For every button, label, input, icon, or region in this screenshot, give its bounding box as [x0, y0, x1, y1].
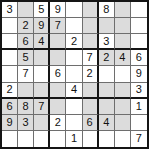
sudoku-cell-r8c6[interactable]: 6 [83, 115, 99, 131]
sudoku-cell-r4c2[interactable]: 5 [18, 50, 34, 66]
sudoku-cell-r2c2[interactable]: 2 [18, 18, 34, 34]
sudoku-cell-r1c4[interactable]: 9 [50, 2, 66, 18]
sudoku-cell-r6c2[interactable] [18, 83, 34, 99]
sudoku-cell-r3c5[interactable]: 2 [66, 34, 82, 50]
sudoku-cell-r5c2[interactable]: 7 [18, 66, 34, 82]
sudoku-cell-r2c1[interactable] [2, 18, 18, 34]
sudoku-cell-r8c7[interactable]: 4 [99, 115, 115, 131]
sudoku-cell-r6c7[interactable] [99, 83, 115, 99]
sudoku-cell-r8c5[interactable] [66, 115, 82, 131]
sudoku-cell-r3c8[interactable] [115, 34, 131, 50]
sudoku-cell-r7c5[interactable] [66, 99, 82, 115]
sudoku-cell-r8c1[interactable]: 9 [2, 115, 18, 131]
sudoku-cell-r5c7[interactable] [99, 66, 115, 82]
sudoku-cell-r3c2[interactable]: 6 [18, 34, 34, 50]
sudoku-cell-r9c7[interactable] [99, 131, 115, 147]
sudoku-cell-r4c5[interactable] [66, 50, 82, 66]
sudoku-cell-r4c4[interactable] [50, 50, 66, 66]
sudoku-cell-r4c3[interactable] [34, 50, 50, 66]
sudoku-cell-r7c9[interactable]: 1 [131, 99, 147, 115]
sudoku-cell-r2c6[interactable] [83, 18, 99, 34]
sudoku-cell-r5c8[interactable] [115, 66, 131, 82]
sudoku-cell-r8c8[interactable] [115, 115, 131, 131]
sudoku-cell-r5c6[interactable]: 2 [83, 66, 99, 82]
sudoku-cell-r9c8[interactable] [115, 131, 131, 147]
sudoku-cell-r9c1[interactable] [2, 131, 18, 147]
sudoku-cell-r9c6[interactable] [83, 131, 99, 147]
sudoku-cell-r1c1[interactable]: 3 [2, 2, 18, 18]
sudoku-cell-r1c9[interactable] [131, 2, 147, 18]
sudoku-cell-r4c9[interactable]: 6 [131, 50, 147, 66]
sudoku-cell-r1c6[interactable] [83, 2, 99, 18]
sudoku-cell-r9c9[interactable]: 7 [131, 131, 147, 147]
sudoku-cell-r3c3[interactable]: 4 [34, 34, 50, 50]
sudoku-cell-r3c6[interactable] [83, 34, 99, 50]
sudoku-cell-r8c4[interactable]: 2 [50, 115, 66, 131]
sudoku-cell-r4c6[interactable]: 7 [83, 50, 99, 66]
sudoku-cell-r6c3[interactable] [34, 83, 50, 99]
sudoku-cell-r9c5[interactable]: 1 [66, 131, 82, 147]
sudoku-cell-r2c5[interactable] [66, 18, 82, 34]
sudoku-cell-r2c8[interactable] [115, 18, 131, 34]
sudoku-cell-r6c5[interactable]: 4 [66, 83, 82, 99]
sudoku-board: 3598297642357246762924368719326417 [0, 0, 149, 149]
sudoku-cell-r6c1[interactable]: 2 [2, 83, 18, 99]
sudoku-cell-r3c1[interactable] [2, 34, 18, 50]
sudoku-cell-r7c4[interactable] [50, 99, 66, 115]
sudoku-cell-r7c3[interactable]: 7 [34, 99, 50, 115]
sudoku-cell-r2c9[interactable] [131, 18, 147, 34]
sudoku-cell-r1c7[interactable]: 8 [99, 2, 115, 18]
sudoku-cell-r6c6[interactable] [83, 83, 99, 99]
sudoku-cell-r6c4[interactable] [50, 83, 66, 99]
sudoku-cell-r5c9[interactable]: 9 [131, 66, 147, 82]
sudoku-cell-r4c1[interactable] [2, 50, 18, 66]
sudoku-cell-r9c2[interactable] [18, 131, 34, 147]
sudoku-cell-r3c9[interactable] [131, 34, 147, 50]
sudoku-cell-r2c7[interactable] [99, 18, 115, 34]
sudoku-cell-r5c3[interactable] [34, 66, 50, 82]
sudoku-cell-r1c8[interactable] [115, 2, 131, 18]
sudoku-cell-r8c9[interactable] [131, 115, 147, 131]
sudoku-cell-r4c8[interactable]: 4 [115, 50, 131, 66]
sudoku-cell-r7c8[interactable] [115, 99, 131, 115]
sudoku-cell-r7c7[interactable] [99, 99, 115, 115]
sudoku-cell-r5c5[interactable] [66, 66, 82, 82]
sudoku-cell-r7c1[interactable]: 6 [2, 99, 18, 115]
sudoku-cell-r6c9[interactable]: 3 [131, 83, 147, 99]
sudoku-cell-r6c8[interactable] [115, 83, 131, 99]
sudoku-cell-r1c5[interactable] [66, 2, 82, 18]
sudoku-cell-r7c6[interactable] [83, 99, 99, 115]
sudoku-cell-r9c4[interactable] [50, 131, 66, 147]
sudoku-cell-r7c2[interactable]: 8 [18, 99, 34, 115]
sudoku-cell-r1c2[interactable] [18, 2, 34, 18]
sudoku-cell-r2c4[interactable]: 7 [50, 18, 66, 34]
sudoku-cell-r2c3[interactable]: 9 [34, 18, 50, 34]
sudoku-cell-r1c3[interactable]: 5 [34, 2, 50, 18]
sudoku-cell-r4c7[interactable]: 2 [99, 50, 115, 66]
sudoku-cell-r5c4[interactable]: 6 [50, 66, 66, 82]
sudoku-cell-r8c2[interactable]: 3 [18, 115, 34, 131]
sudoku-cell-r8c3[interactable] [34, 115, 50, 131]
sudoku-cell-r3c7[interactable]: 3 [99, 34, 115, 50]
sudoku-cell-r3c4[interactable] [50, 34, 66, 50]
sudoku-cell-r5c1[interactable] [2, 66, 18, 82]
sudoku-cell-r9c3[interactable] [34, 131, 50, 147]
